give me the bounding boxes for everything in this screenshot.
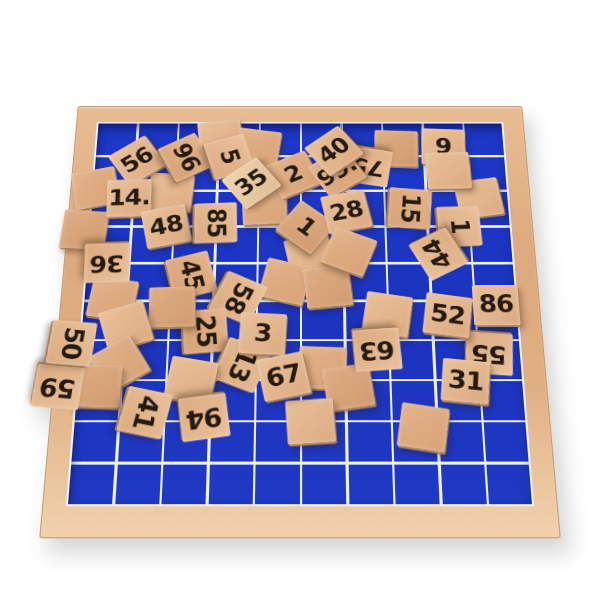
number-tile-86[interactable]: 86	[472, 285, 521, 325]
hundred-board: 5696527599.40914.15112845582513363548853…	[39, 106, 561, 538]
tile-number: 41	[128, 393, 163, 431]
blank-tile[interactable]	[397, 402, 450, 453]
tile-number: 56	[116, 143, 157, 176]
tile-number: 94	[185, 403, 223, 433]
number-tile-31[interactable]: 31	[441, 358, 491, 405]
tile-number: 36	[90, 252, 124, 276]
tile-number: 1	[447, 218, 474, 233]
tile-number: 52	[429, 300, 466, 328]
number-tile-41[interactable]: 41	[117, 386, 174, 439]
blank-tile[interactable]	[285, 398, 336, 445]
blank-tile[interactable]	[425, 152, 472, 190]
number-tile-3[interactable]: 3	[238, 312, 287, 355]
number-tile-36[interactable]: 36	[84, 243, 131, 283]
product-photo-canvas: 5696527599.40914.15112845582513363548853…	[0, 0, 600, 600]
number-tile-59[interactable]: 59	[30, 364, 85, 410]
tile-number: 2	[280, 161, 305, 186]
tile-number: 40	[313, 133, 353, 167]
tile-number: 28	[327, 197, 365, 225]
number-tile-15[interactable]: 15	[387, 187, 432, 229]
tile-number: 67	[264, 360, 304, 391]
tile-number: 1	[292, 213, 321, 240]
number-tile-48[interactable]: 48	[141, 204, 192, 249]
tile-number: 31	[447, 366, 483, 394]
number-tile-94[interactable]: 94	[178, 393, 231, 443]
tile-number: 86	[478, 292, 514, 316]
tile-number: 85	[204, 208, 229, 238]
tile-number: 50	[57, 326, 89, 360]
number-tile-52[interactable]: 52	[422, 292, 472, 338]
tile-number: 14.	[108, 186, 150, 209]
tile-number: 3	[253, 320, 272, 345]
number-tile-85[interactable]: 85	[194, 202, 237, 243]
tile-number: 48	[147, 211, 184, 239]
tile-number: 25	[192, 314, 220, 348]
tile-number: 44	[418, 236, 457, 273]
blank-tile[interactable]	[149, 286, 195, 328]
tile-number: 35	[230, 165, 271, 200]
number-tile-63[interactable]: 63	[352, 328, 403, 372]
tile-number: 63	[359, 337, 396, 364]
number-tile-67[interactable]: 67	[256, 351, 311, 402]
tile-number: 15	[397, 193, 424, 224]
tile-number: 59	[38, 374, 77, 402]
tiles-layer: 5696527599.40914.15112845582513363548853…	[39, 106, 561, 538]
number-tile-28[interactable]: 28	[320, 189, 373, 234]
tile-number: 5	[216, 146, 244, 166]
blank-tile[interactable]	[303, 265, 353, 309]
tile-number: 96	[168, 140, 204, 175]
number-tile-50[interactable]: 50	[46, 320, 98, 367]
